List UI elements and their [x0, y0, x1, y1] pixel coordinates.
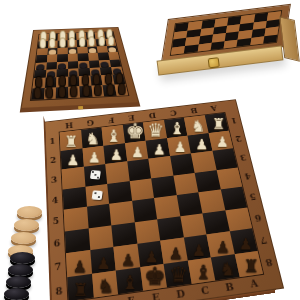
- die-pip: [94, 174, 96, 176]
- square-e4[interactable]: [129, 178, 154, 201]
- black-p-piece[interactable]: ♟: [72, 259, 87, 275]
- square-b7[interactable]: ♟: [206, 231, 234, 257]
- square-g6[interactable]: [88, 225, 113, 250]
- square-h8[interactable]: ♜: [67, 273, 93, 300]
- die-pip: [98, 196, 100, 198]
- square-e3[interactable]: [127, 159, 151, 181]
- rank-label: 7: [50, 254, 66, 280]
- square-f1[interactable]: ♝: [102, 125, 125, 145]
- lid-square: [263, 34, 277, 43]
- lid-square: [171, 46, 185, 55]
- white-q-piece[interactable]: ♛: [148, 120, 165, 139]
- black-p-piece[interactable]: ♟: [96, 256, 110, 272]
- square-d8[interactable]: ♛: [164, 260, 192, 287]
- white-piece-mini: [49, 38, 56, 48]
- square-d7[interactable]: ♟: [160, 238, 187, 264]
- square-h2[interactable]: ♟: [61, 148, 84, 169]
- light-checker-piece[interactable]: [17, 206, 42, 218]
- die-pip: [96, 177, 98, 179]
- white-piece-mini: [59, 38, 66, 48]
- square-h6[interactable]: [65, 228, 90, 253]
- square-e8[interactable]: ♚: [140, 263, 167, 290]
- square-c1[interactable]: ♝: [164, 118, 188, 138]
- rank-label: 4: [48, 189, 63, 212]
- white-p-piece[interactable]: ♟: [174, 141, 187, 155]
- square-b6[interactable]: [202, 210, 229, 234]
- white-p-piece[interactable]: ♟: [216, 135, 229, 149]
- black-q-piece[interactable]: ♛: [169, 264, 189, 286]
- lid-square: [237, 37, 251, 46]
- square-f7[interactable]: ♟: [113, 244, 139, 270]
- square-e6[interactable]: [134, 219, 160, 244]
- white-p-piece[interactable]: ♟: [195, 138, 208, 152]
- black-p-piece[interactable]: ♟: [215, 239, 229, 255]
- square-a1[interactable]: ♜: [204, 113, 228, 133]
- white-p-piece[interactable]: ♟: [152, 143, 165, 157]
- white-b-piece[interactable]: ♝: [169, 120, 184, 137]
- main-board: HGFEDCBA HGFEDCBA 12345678 12345678 ♜♞♝♚…: [44, 99, 284, 300]
- white-piece-mini: [108, 36, 115, 46]
- black-b-piece[interactable]: ♝: [194, 263, 212, 283]
- white-piece-mini: [39, 38, 46, 48]
- black-r-piece[interactable]: ♜: [73, 282, 89, 300]
- lid-square: [184, 44, 198, 53]
- black-p-piece[interactable]: ♟: [168, 246, 182, 262]
- die-pip: [92, 172, 94, 174]
- die-icon[interactable]: [90, 170, 101, 179]
- square-d1[interactable]: ♛: [143, 120, 167, 140]
- black-p-piece[interactable]: ♟: [120, 252, 134, 268]
- black-p-piece[interactable]: ♟: [239, 236, 253, 252]
- white-piece-mini: [79, 37, 86, 47]
- square-a3[interactable]: [212, 148, 237, 169]
- black-b-piece[interactable]: ♝: [121, 273, 139, 293]
- square-b1[interactable]: ♞: [184, 115, 208, 135]
- white-p-piece[interactable]: ♟: [131, 146, 144, 160]
- square-h4[interactable]: [63, 186, 87, 209]
- white-b-piece[interactable]: ♝: [106, 127, 121, 144]
- lid-square: [250, 36, 264, 45]
- square-g4[interactable]: [85, 184, 109, 207]
- file-label: B: [216, 278, 243, 297]
- die-pip: [94, 192, 96, 194]
- square-g7[interactable]: ♟: [90, 247, 116, 273]
- product-photo: HGFEDCBA HGFEDCBA 12345678 12345678 ♜♞♝♚…: [0, 0, 300, 300]
- square-a8[interactable]: ♜: [234, 251, 263, 278]
- white-k-piece[interactable]: ♚: [126, 121, 145, 142]
- square-a6[interactable]: [225, 207, 252, 231]
- white-n-piece[interactable]: ♞: [85, 131, 99, 147]
- white-p-piece[interactable]: ♟: [66, 154, 79, 169]
- black-n-piece[interactable]: ♞: [219, 260, 235, 278]
- dark-checker-piece[interactable]: [10, 252, 35, 264]
- thumb-square[interactable]: [57, 54, 67, 61]
- rank-label: 1: [225, 111, 242, 130]
- square-g3[interactable]: [83, 164, 107, 186]
- square-e1[interactable]: ♚: [122, 123, 145, 143]
- dark-checker-piece[interactable]: [4, 288, 29, 300]
- square-h1[interactable]: ♜: [60, 130, 82, 151]
- die-icon[interactable]: [91, 190, 102, 200]
- white-piece-mini: [69, 37, 76, 47]
- rank-label: 2: [46, 150, 60, 171]
- thumb-square[interactable]: [57, 48, 67, 55]
- square-b8[interactable]: ♞: [211, 254, 239, 281]
- square-a7[interactable]: ♟: [229, 228, 257, 253]
- square-c6[interactable]: [180, 213, 207, 238]
- white-p-piece[interactable]: ♟: [109, 148, 122, 162]
- black-p-piece[interactable]: ♟: [192, 243, 206, 259]
- white-piece-mini: [89, 36, 96, 46]
- light-checker-piece[interactable]: [11, 232, 36, 244]
- rank-label: 5: [48, 210, 63, 234]
- lid-square: [210, 41, 224, 50]
- square-h5[interactable]: [64, 207, 88, 231]
- square-d6[interactable]: [157, 216, 183, 241]
- square-f3[interactable]: [105, 161, 129, 183]
- square-d2[interactable]: ♟: [146, 138, 170, 159]
- square-h7[interactable]: ♟: [66, 250, 92, 277]
- main-board-scene: HGFEDCBA HGFEDCBA 12345678 12345678 ♜♞♝♚…: [8, 62, 292, 300]
- lid-square: [197, 42, 211, 51]
- white-r-piece[interactable]: ♜: [65, 134, 79, 149]
- black-r-piece[interactable]: ♜: [243, 258, 258, 275]
- board-frame: HGFEDCBA HGFEDCBA 12345678 12345678 ♜♞♝♚…: [44, 99, 284, 300]
- black-n-piece[interactable]: ♞: [97, 277, 114, 296]
- rank-label: 1: [46, 132, 60, 152]
- thumb-square[interactable]: [67, 54, 78, 61]
- dark-checker-piece[interactable]: [8, 264, 33, 276]
- rank-label: 6: [49, 231, 65, 256]
- light-checker-piece[interactable]: [14, 219, 39, 231]
- square-f8[interactable]: ♝: [116, 267, 143, 294]
- white-n-piece[interactable]: ♞: [190, 118, 204, 134]
- lid-square: [224, 39, 238, 48]
- rank-label: 3: [47, 169, 62, 191]
- dark-checker-piece[interactable]: [6, 276, 31, 288]
- white-r-piece[interactable]: ♜: [212, 117, 225, 132]
- rank-label: 8: [51, 278, 67, 300]
- square-f4[interactable]: [107, 181, 132, 204]
- white-p-piece[interactable]: ♟: [88, 151, 101, 165]
- white-piece-mini: [98, 36, 105, 46]
- square-g8[interactable]: ♞: [92, 270, 119, 298]
- square-c8[interactable]: ♝: [187, 257, 215, 284]
- black-k-piece[interactable]: ♚: [144, 265, 166, 289]
